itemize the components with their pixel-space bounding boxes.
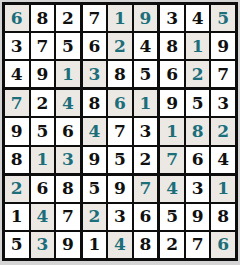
cell-r2c7-solved[interactable]: 8 <box>160 33 184 59</box>
cell-r6c7-given[interactable]: 7 <box>160 147 184 173</box>
box-8: 597236148 <box>83 176 158 258</box>
cell-r1c5-given[interactable]: 1 <box>108 5 132 31</box>
cell-r4c3-given[interactable]: 4 <box>56 90 80 116</box>
box-2: 719624385 <box>83 5 158 87</box>
cell-r3c1-solved[interactable]: 4 <box>5 61 29 87</box>
cell-r7c1-given[interactable]: 2 <box>5 176 29 202</box>
cell-r1c7-solved[interactable]: 3 <box>160 5 184 31</box>
cell-r1c9-given[interactable]: 5 <box>211 5 235 31</box>
box-3: 345819627 <box>160 5 235 87</box>
cell-r9c2-given[interactable]: 3 <box>31 232 55 258</box>
cell-r9c3-solved[interactable]: 9 <box>56 232 80 258</box>
cell-r6c4-solved[interactable]: 9 <box>83 147 107 173</box>
cell-r7c4-solved[interactable]: 5 <box>83 176 107 202</box>
cell-r7c6-given[interactable]: 7 <box>134 176 158 202</box>
cell-r6c8-solved[interactable]: 6 <box>186 147 210 173</box>
cell-r6c5-solved[interactable]: 5 <box>108 147 132 173</box>
cell-r2c8-given[interactable]: 1 <box>186 33 210 59</box>
cell-r2c9-solved[interactable]: 9 <box>211 33 235 59</box>
cell-r3c6-solved[interactable]: 5 <box>134 61 158 87</box>
cell-r7c9-given[interactable]: 1 <box>211 176 235 202</box>
cell-r8c6-solved[interactable]: 6 <box>134 204 158 230</box>
cell-r8c8-solved[interactable]: 9 <box>186 204 210 230</box>
cell-r2c5-given[interactable]: 2 <box>108 33 132 59</box>
cell-r4c9-solved[interactable]: 3 <box>211 90 235 116</box>
cell-r2c3-solved[interactable]: 5 <box>56 33 80 59</box>
cell-r4c7-solved[interactable]: 9 <box>160 90 184 116</box>
cell-r1c1-given[interactable]: 6 <box>5 5 29 31</box>
cell-r6c3-given[interactable]: 3 <box>56 147 80 173</box>
cell-r5c1-solved[interactable]: 9 <box>5 118 29 144</box>
cell-r3c4-given[interactable]: 3 <box>83 61 107 87</box>
cell-r8c3-solved[interactable]: 7 <box>56 204 80 230</box>
cell-r2c1-solved[interactable]: 3 <box>5 33 29 59</box>
cell-r9c1-solved[interactable]: 5 <box>5 232 29 258</box>
cell-r5c9-given[interactable]: 2 <box>211 118 235 144</box>
cell-r7c7-given[interactable]: 4 <box>160 176 184 202</box>
cell-r7c2-solved[interactable]: 6 <box>31 176 55 202</box>
cell-r5c3-solved[interactable]: 6 <box>56 118 80 144</box>
cell-r5c2-solved[interactable]: 5 <box>31 118 55 144</box>
cell-r3c8-given[interactable]: 2 <box>186 61 210 87</box>
sudoku-frame: 6823754917196243853458196277249568138614… <box>0 0 240 265</box>
cell-r6c1-solved[interactable]: 8 <box>5 147 29 173</box>
cell-r4c6-given[interactable]: 1 <box>134 90 158 116</box>
cell-r5c4-given[interactable]: 4 <box>83 118 107 144</box>
box-1: 682375491 <box>5 5 80 87</box>
cell-r9c6-solved[interactable]: 8 <box>134 232 158 258</box>
cell-r2c4-solved[interactable]: 6 <box>83 33 107 59</box>
cell-r1c8-solved[interactable]: 4 <box>186 5 210 31</box>
cell-r8c1-solved[interactable]: 1 <box>5 204 29 230</box>
cell-r4c4-solved[interactable]: 8 <box>83 90 107 116</box>
box-7: 268147539 <box>5 176 80 258</box>
cell-r5c7-given[interactable]: 1 <box>160 118 184 144</box>
cell-r7c5-solved[interactable]: 9 <box>108 176 132 202</box>
cell-r4c5-given[interactable]: 6 <box>108 90 132 116</box>
cell-r9c9-given[interactable]: 6 <box>211 232 235 258</box>
cell-r1c4-solved[interactable]: 7 <box>83 5 107 31</box>
box-9: 431598276 <box>160 176 235 258</box>
cell-r1c6-given[interactable]: 9 <box>134 5 158 31</box>
cell-r2c6-solved[interactable]: 4 <box>134 33 158 59</box>
cell-r9c7-solved[interactable]: 2 <box>160 232 184 258</box>
cell-r8c7-solved[interactable]: 5 <box>160 204 184 230</box>
cell-r5c6-solved[interactable]: 3 <box>134 118 158 144</box>
cell-r9c8-solved[interactable]: 7 <box>186 232 210 258</box>
cell-r8c2-given[interactable]: 4 <box>31 204 55 230</box>
cell-r5c8-given[interactable]: 8 <box>186 118 210 144</box>
cell-r1c3-solved[interactable]: 2 <box>56 5 80 31</box>
cell-r3c5-solved[interactable]: 8 <box>108 61 132 87</box>
cell-r8c4-given[interactable]: 2 <box>83 204 107 230</box>
cell-r7c8-solved[interactable]: 3 <box>186 176 210 202</box>
cell-r3c2-solved[interactable]: 9 <box>31 61 55 87</box>
cell-r2c2-solved[interactable]: 7 <box>31 33 55 59</box>
box-4: 724956813 <box>5 90 80 172</box>
cell-r6c2-given[interactable]: 1 <box>31 147 55 173</box>
cell-r8c9-solved[interactable]: 8 <box>211 204 235 230</box>
cell-r6c6-solved[interactable]: 2 <box>134 147 158 173</box>
cell-r7c3-solved[interactable]: 8 <box>56 176 80 202</box>
cell-r6c9-solved[interactable]: 4 <box>211 147 235 173</box>
box-6: 953182764 <box>160 90 235 172</box>
cell-r1c2-solved[interactable]: 8 <box>31 5 55 31</box>
cell-r3c3-given[interactable]: 1 <box>56 61 80 87</box>
box-5: 861473952 <box>83 90 158 172</box>
cell-r9c5-given[interactable]: 4 <box>108 232 132 258</box>
sudoku-board: 6823754917196243853458196277249568138614… <box>2 2 238 261</box>
cell-r5c5-solved[interactable]: 7 <box>108 118 132 144</box>
cell-r3c7-solved[interactable]: 6 <box>160 61 184 87</box>
cell-r9c4-solved[interactable]: 1 <box>83 232 107 258</box>
cell-r8c5-solved[interactable]: 3 <box>108 204 132 230</box>
cell-r3c9-solved[interactable]: 7 <box>211 61 235 87</box>
cell-r4c1-given[interactable]: 7 <box>5 90 29 116</box>
cell-r4c2-solved[interactable]: 2 <box>31 90 55 116</box>
cell-r4c8-solved[interactable]: 5 <box>186 90 210 116</box>
